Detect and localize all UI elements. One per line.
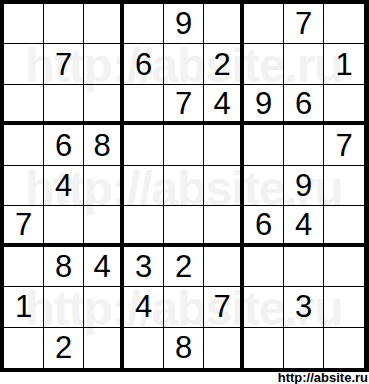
cell-r3c1[interactable]: [4, 85, 44, 125]
cell-r9c1[interactable]: [4, 328, 44, 368]
cell-r6c7[interactable]: 6: [244, 206, 284, 246]
cell-r3c3[interactable]: [84, 85, 124, 125]
cell-r8c8[interactable]: 3: [284, 287, 324, 327]
cell-r4c7[interactable]: [244, 125, 284, 165]
cell-r6c3[interactable]: [84, 206, 124, 246]
cell-r2c5[interactable]: [164, 44, 204, 84]
cell-r4c5[interactable]: [164, 125, 204, 165]
cell-r2c7[interactable]: [244, 44, 284, 84]
sudoku-grid: 9776217496687497648432147328: [4, 4, 364, 368]
cell-r5c6[interactable]: [204, 166, 244, 206]
cell-r6c4[interactable]: [124, 206, 164, 246]
cell-r7c6[interactable]: [204, 247, 244, 287]
cell-r1c2[interactable]: [44, 4, 84, 44]
sudoku-board: http://absite.ru http://absite.ru http:/…: [0, 0, 369, 372]
cell-r6c6[interactable]: [204, 206, 244, 246]
cell-r2c2[interactable]: 7: [44, 44, 84, 84]
cell-r9c5[interactable]: 8: [164, 328, 204, 368]
cell-r6c2[interactable]: [44, 206, 84, 246]
cell-r8c1[interactable]: 1: [4, 287, 44, 327]
cell-r1c7[interactable]: [244, 4, 284, 44]
cell-r2c4[interactable]: 6: [124, 44, 164, 84]
cell-r9c2[interactable]: 2: [44, 328, 84, 368]
site-url-label: http://absite.ru: [0, 372, 369, 384]
cell-r6c9[interactable]: [324, 206, 364, 246]
cell-r4c3[interactable]: 8: [84, 125, 124, 165]
cell-r4c2[interactable]: 6: [44, 125, 84, 165]
cell-r1c8[interactable]: 7: [284, 4, 324, 44]
cell-r7c9[interactable]: [324, 247, 364, 287]
cell-r7c1[interactable]: [4, 247, 44, 287]
cell-r5c5[interactable]: [164, 166, 204, 206]
cell-r9c4[interactable]: [124, 328, 164, 368]
cell-r2c8[interactable]: [284, 44, 324, 84]
cell-r3c4[interactable]: [124, 85, 164, 125]
cell-r5c7[interactable]: [244, 166, 284, 206]
cell-r4c8[interactable]: [284, 125, 324, 165]
cell-r8c3[interactable]: [84, 287, 124, 327]
cell-r1c6[interactable]: [204, 4, 244, 44]
cell-r3c7[interactable]: 9: [244, 85, 284, 125]
cell-r6c1[interactable]: 7: [4, 206, 44, 246]
cell-r3c6[interactable]: 4: [204, 85, 244, 125]
cell-r2c9[interactable]: 1: [324, 44, 364, 84]
cell-r1c5[interactable]: 9: [164, 4, 204, 44]
cell-r5c1[interactable]: [4, 166, 44, 206]
cell-r3c8[interactable]: 6: [284, 85, 324, 125]
cell-r9c3[interactable]: [84, 328, 124, 368]
cell-r1c3[interactable]: [84, 4, 124, 44]
cell-r8c2[interactable]: [44, 287, 84, 327]
cell-r2c1[interactable]: [4, 44, 44, 84]
cell-r5c8[interactable]: 9: [284, 166, 324, 206]
cell-r6c5[interactable]: [164, 206, 204, 246]
cell-r4c9[interactable]: 7: [324, 125, 364, 165]
cell-r1c9[interactable]: [324, 4, 364, 44]
cell-r8c9[interactable]: [324, 287, 364, 327]
cell-r6c8[interactable]: 4: [284, 206, 324, 246]
cell-r8c7[interactable]: [244, 287, 284, 327]
cell-r9c9[interactable]: [324, 328, 364, 368]
cell-r3c5[interactable]: 7: [164, 85, 204, 125]
cell-r7c2[interactable]: 8: [44, 247, 84, 287]
cell-r9c8[interactable]: [284, 328, 324, 368]
cell-r4c6[interactable]: [204, 125, 244, 165]
cell-r7c5[interactable]: 2: [164, 247, 204, 287]
cell-r7c7[interactable]: [244, 247, 284, 287]
cell-r8c4[interactable]: 4: [124, 287, 164, 327]
cell-r8c5[interactable]: [164, 287, 204, 327]
cell-r4c1[interactable]: [4, 125, 44, 165]
cell-r1c4[interactable]: [124, 4, 164, 44]
cell-r2c6[interactable]: 2: [204, 44, 244, 84]
cell-r7c8[interactable]: [284, 247, 324, 287]
cell-r9c6[interactable]: [204, 328, 244, 368]
cell-r5c3[interactable]: [84, 166, 124, 206]
cell-r7c4[interactable]: 3: [124, 247, 164, 287]
cell-r8c6[interactable]: 7: [204, 287, 244, 327]
cell-r3c2[interactable]: [44, 85, 84, 125]
cell-r3c9[interactable]: [324, 85, 364, 125]
cell-r7c3[interactable]: 4: [84, 247, 124, 287]
cell-r5c4[interactable]: [124, 166, 164, 206]
cell-r4c4[interactable]: [124, 125, 164, 165]
cell-r5c2[interactable]: 4: [44, 166, 84, 206]
sudoku-page: http://absite.ru http://absite.ru http:/…: [0, 0, 369, 384]
cell-r5c9[interactable]: [324, 166, 364, 206]
cell-r1c1[interactable]: [4, 4, 44, 44]
cell-r2c3[interactable]: [84, 44, 124, 84]
cell-r9c7[interactable]: [244, 328, 284, 368]
